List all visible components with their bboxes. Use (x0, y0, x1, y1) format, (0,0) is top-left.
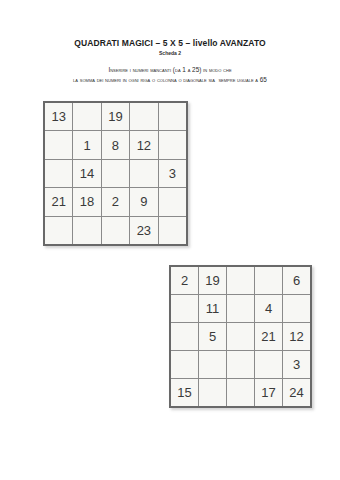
cell-r1c4-empty[interactable] (130, 103, 157, 130)
cell-r3c1-empty[interactable] (45, 160, 72, 187)
cell-r1c1-given: 13 (45, 103, 72, 130)
cell-r4c1-empty[interactable] (171, 351, 198, 378)
cell-r3c5-given: 12 (283, 323, 310, 350)
page-title: QUADRATI MAGICI – 5 X 5 – livello AVANZA… (0, 38, 340, 48)
cell-r1c5-given: 6 (283, 267, 310, 294)
cell-r4c5-given: 3 (283, 351, 310, 378)
cell-r3c4-empty[interactable] (130, 160, 157, 187)
cell-r2c4-given: 12 (130, 131, 157, 158)
cell-r1c3-given: 19 (102, 103, 129, 130)
cell-r2c2-given: 1 (73, 131, 100, 158)
cell-r3c2-given: 5 (199, 323, 226, 350)
cell-r2c5-empty[interactable] (159, 131, 186, 158)
cell-r3c5-given: 3 (159, 160, 186, 187)
cell-r4c3-given: 2 (102, 188, 129, 215)
cell-r1c2-empty[interactable] (73, 103, 100, 130)
cell-r5c3-empty[interactable] (227, 379, 254, 406)
cell-r2c4-given: 4 (255, 295, 282, 322)
cell-r5c5-empty[interactable] (159, 217, 186, 244)
cell-r2c3-given: 8 (102, 131, 129, 158)
worksheet-page: QUADRATI MAGICI – 5 X 5 – livello AVANZA… (0, 0, 340, 480)
sheet-number: Scheda 2 (0, 50, 340, 56)
cell-r2c1-empty[interactable] (171, 295, 198, 322)
cell-r3c1-empty[interactable] (171, 323, 198, 350)
cell-r2c3-empty[interactable] (227, 295, 254, 322)
magic-square-grid-top: 1319181214321182923 (43, 101, 188, 246)
cell-r5c5-given: 24 (283, 379, 310, 406)
cell-r1c5-empty[interactable] (159, 103, 186, 130)
cell-r5c1-empty[interactable] (45, 217, 72, 244)
cell-r1c3-empty[interactable] (227, 267, 254, 294)
cell-r3c2-given: 14 (73, 160, 100, 187)
cell-r4c4-given: 9 (130, 188, 157, 215)
cell-r4c2-empty[interactable] (199, 351, 226, 378)
cell-r5c4-given: 17 (255, 379, 282, 406)
instructions-line-2: la somma dei numeri in ogni riga o colon… (0, 76, 340, 83)
cell-r5c1-given: 15 (171, 379, 198, 406)
cell-r5c4-given: 23 (130, 217, 157, 244)
cell-r2c5-empty[interactable] (283, 295, 310, 322)
cell-r4c5-empty[interactable] (159, 188, 186, 215)
cell-r3c3-empty[interactable] (102, 160, 129, 187)
cell-r4c2-given: 18 (73, 188, 100, 215)
cell-r1c2-given: 19 (199, 267, 226, 294)
cell-r1c4-empty[interactable] (255, 267, 282, 294)
cell-r4c4-empty[interactable] (255, 351, 282, 378)
cell-r4c3-empty[interactable] (227, 351, 254, 378)
cell-r3c3-empty[interactable] (227, 323, 254, 350)
cell-r4c1-given: 21 (45, 188, 72, 215)
instructions-line-1: Inserire i numeri mancanti (da 1 a 25) i… (0, 66, 340, 73)
magic-square-grid-bottom: 2196114521123151724 (169, 265, 312, 408)
cell-r3c4-given: 21 (255, 323, 282, 350)
cell-r5c2-empty[interactable] (73, 217, 100, 244)
cell-r5c3-empty[interactable] (102, 217, 129, 244)
cell-r5c2-empty[interactable] (199, 379, 226, 406)
cell-r2c2-given: 11 (199, 295, 226, 322)
cell-r2c1-empty[interactable] (45, 131, 72, 158)
cell-r1c1-given: 2 (171, 267, 198, 294)
